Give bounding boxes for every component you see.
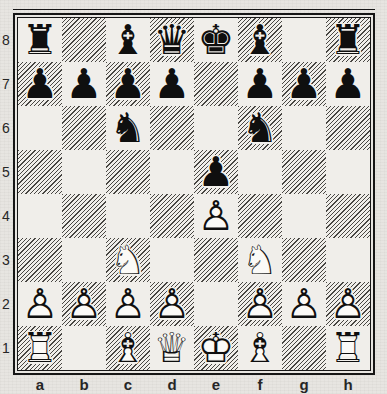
square-d1: ♛♕ xyxy=(150,326,194,370)
square-a6 xyxy=(18,106,62,150)
board-top-rule xyxy=(13,9,375,10)
square-g5 xyxy=(282,150,326,194)
square-a7: ♟ xyxy=(18,62,62,106)
square-f4 xyxy=(238,194,282,238)
square-a3 xyxy=(18,238,62,282)
square-b6 xyxy=(62,106,106,150)
square-h5 xyxy=(326,150,370,194)
rank-label-5: 5 xyxy=(0,150,12,194)
piece-white-rook: ♖ xyxy=(18,326,62,370)
rank-label-3: 3 xyxy=(0,238,12,282)
piece-black-pawn: ♟ xyxy=(326,62,370,106)
square-a1: ♜♖ xyxy=(18,326,62,370)
piece-black-pawn: ♟ xyxy=(150,62,194,106)
piece-white-pawn: ♙ xyxy=(238,282,282,326)
piece-white-bishop: ♗ xyxy=(238,326,282,370)
square-b3 xyxy=(62,238,106,282)
square-c1: ♝♗ xyxy=(106,326,150,370)
file-labels: abcdefgh xyxy=(18,376,370,393)
piece-black-rook: ♜ xyxy=(18,18,62,62)
piece-white-pawn: ♙ xyxy=(282,282,326,326)
rank-label-2: 2 xyxy=(0,282,12,326)
piece-white-pawn-fill: ♟ xyxy=(18,282,62,326)
square-g7: ♟ xyxy=(282,62,326,106)
piece-white-rook-fill: ♜ xyxy=(18,326,62,370)
square-b5 xyxy=(62,150,106,194)
rank-labels: 87654321 xyxy=(0,18,12,370)
piece-white-king-fill: ♚ xyxy=(194,326,238,370)
piece-white-bishop-fill: ♝ xyxy=(238,326,282,370)
rank-label-7: 7 xyxy=(0,62,12,106)
piece-black-pawn: ♟ xyxy=(62,62,106,106)
file-label-h: h xyxy=(326,376,370,393)
square-c7: ♟ xyxy=(106,62,150,106)
square-b8 xyxy=(62,18,106,62)
piece-white-knight: ♘ xyxy=(106,238,150,282)
piece-black-pawn: ♟ xyxy=(106,62,150,106)
square-e2 xyxy=(194,282,238,326)
square-d2: ♟♙ xyxy=(150,282,194,326)
square-g8 xyxy=(282,18,326,62)
piece-white-rook: ♖ xyxy=(326,326,370,370)
square-g6 xyxy=(282,106,326,150)
piece-white-pawn: ♙ xyxy=(18,282,62,326)
square-a5 xyxy=(18,150,62,194)
piece-black-pawn: ♟ xyxy=(238,62,282,106)
square-d3 xyxy=(150,238,194,282)
chess-diagram-page: 87654321 ♜♝♛♚♝♜♟♟♟♟♟♟♟♞♞♟♟♙♞♘♞♘♟♙♟♙♟♙♟♙♟… xyxy=(0,0,387,394)
rank-label-8: 8 xyxy=(0,18,12,62)
square-c6: ♞ xyxy=(106,106,150,150)
square-d6 xyxy=(150,106,194,150)
square-h1: ♜♖ xyxy=(326,326,370,370)
piece-white-pawn-fill: ♟ xyxy=(238,282,282,326)
rank-label-1: 1 xyxy=(0,326,12,370)
square-c3: ♞♘ xyxy=(106,238,150,282)
square-f2: ♟♙ xyxy=(238,282,282,326)
square-b4 xyxy=(62,194,106,238)
square-e3 xyxy=(194,238,238,282)
board-frame: ♜♝♛♚♝♜♟♟♟♟♟♟♟♞♞♟♟♙♞♘♞♘♟♙♟♙♟♙♟♙♟♙♟♙♟♙♜♖♝♗… xyxy=(13,13,375,375)
piece-white-pawn-fill: ♟ xyxy=(62,282,106,326)
square-a2: ♟♙ xyxy=(18,282,62,326)
square-c8: ♝ xyxy=(106,18,150,62)
piece-white-pawn: ♙ xyxy=(106,282,150,326)
square-h6 xyxy=(326,106,370,150)
square-a4 xyxy=(18,194,62,238)
square-h7: ♟ xyxy=(326,62,370,106)
rank-label-6: 6 xyxy=(0,106,12,150)
square-c4 xyxy=(106,194,150,238)
piece-white-pawn: ♙ xyxy=(150,282,194,326)
square-b2: ♟♙ xyxy=(62,282,106,326)
piece-black-pawn: ♟ xyxy=(194,150,238,194)
square-h2: ♟♙ xyxy=(326,282,370,326)
square-e6 xyxy=(194,106,238,150)
square-h4 xyxy=(326,194,370,238)
square-h8: ♜ xyxy=(326,18,370,62)
piece-white-knight: ♘ xyxy=(238,238,282,282)
square-f5 xyxy=(238,150,282,194)
square-f1: ♝♗ xyxy=(238,326,282,370)
file-label-g: g xyxy=(282,376,326,393)
piece-black-pawn: ♟ xyxy=(282,62,326,106)
square-f6: ♞ xyxy=(238,106,282,150)
file-label-e: e xyxy=(194,376,238,393)
square-f3: ♞♘ xyxy=(238,238,282,282)
piece-white-pawn-fill: ♟ xyxy=(150,282,194,326)
piece-white-pawn: ♙ xyxy=(326,282,370,326)
square-b7: ♟ xyxy=(62,62,106,106)
square-g4 xyxy=(282,194,326,238)
piece-white-pawn: ♙ xyxy=(62,282,106,326)
piece-white-knight-fill: ♞ xyxy=(238,238,282,282)
piece-white-bishop: ♗ xyxy=(106,326,150,370)
piece-black-rook: ♜ xyxy=(326,18,370,62)
file-label-d: d xyxy=(150,376,194,393)
piece-white-queen-fill: ♛ xyxy=(150,326,194,370)
square-c5 xyxy=(106,150,150,194)
piece-white-knight-fill: ♞ xyxy=(106,238,150,282)
square-d7: ♟ xyxy=(150,62,194,106)
piece-white-king: ♔ xyxy=(194,326,238,370)
square-d4 xyxy=(150,194,194,238)
piece-black-bishop: ♝ xyxy=(106,18,150,62)
piece-black-pawn: ♟ xyxy=(18,62,62,106)
chess-board: ♜♝♛♚♝♜♟♟♟♟♟♟♟♞♞♟♟♙♞♘♞♘♟♙♟♙♟♙♟♙♟♙♟♙♟♙♜♖♝♗… xyxy=(18,18,370,370)
piece-white-bishop-fill: ♝ xyxy=(106,326,150,370)
piece-white-queen: ♕ xyxy=(150,326,194,370)
square-e7 xyxy=(194,62,238,106)
rank-label-4: 4 xyxy=(0,194,12,238)
square-h3 xyxy=(326,238,370,282)
square-e8: ♚ xyxy=(194,18,238,62)
square-d5 xyxy=(150,150,194,194)
piece-white-pawn-fill: ♟ xyxy=(326,282,370,326)
piece-black-bishop: ♝ xyxy=(238,18,282,62)
board-inner-border: ♜♝♛♚♝♜♟♟♟♟♟♟♟♞♞♟♟♙♞♘♞♘♟♙♟♙♟♙♟♙♟♙♟♙♟♙♜♖♝♗… xyxy=(17,17,371,371)
square-f7: ♟ xyxy=(238,62,282,106)
square-c2: ♟♙ xyxy=(106,282,150,326)
file-label-b: b xyxy=(62,376,106,393)
piece-white-pawn-fill: ♟ xyxy=(282,282,326,326)
square-g3 xyxy=(282,238,326,282)
square-b1 xyxy=(62,326,106,370)
piece-white-pawn-fill: ♟ xyxy=(194,194,238,238)
square-a8: ♜ xyxy=(18,18,62,62)
square-e4: ♟♙ xyxy=(194,194,238,238)
piece-black-knight: ♞ xyxy=(106,106,150,150)
square-g2: ♟♙ xyxy=(282,282,326,326)
piece-black-knight: ♞ xyxy=(238,106,282,150)
square-g1 xyxy=(282,326,326,370)
square-d8: ♛ xyxy=(150,18,194,62)
piece-black-queen: ♛ xyxy=(150,18,194,62)
file-label-c: c xyxy=(106,376,150,393)
piece-black-king: ♚ xyxy=(194,18,238,62)
square-e5: ♟ xyxy=(194,150,238,194)
piece-white-rook-fill: ♜ xyxy=(326,326,370,370)
square-e1: ♚♔ xyxy=(194,326,238,370)
square-f8: ♝ xyxy=(238,18,282,62)
piece-white-pawn-fill: ♟ xyxy=(106,282,150,326)
file-label-f: f xyxy=(238,376,282,393)
piece-white-pawn: ♙ xyxy=(194,194,238,238)
file-label-a: a xyxy=(18,376,62,393)
